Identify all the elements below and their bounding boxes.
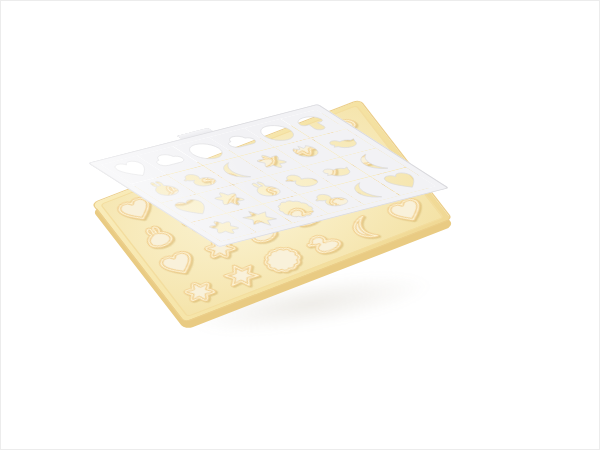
product-photo — [0, 0, 600, 450]
